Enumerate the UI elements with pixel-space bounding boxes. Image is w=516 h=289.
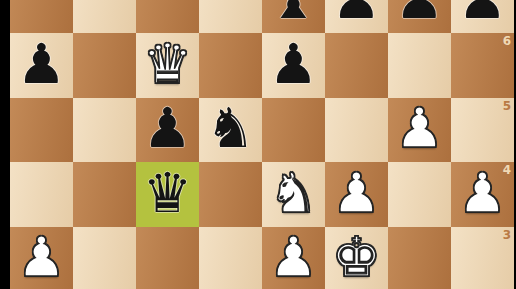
rank-label-5: 5 xyxy=(503,100,511,112)
square-g5[interactable]: ♟ xyxy=(388,98,451,163)
black-pawn[interactable]: ♟ xyxy=(395,0,444,27)
square-b4[interactable] xyxy=(73,162,136,227)
square-h6[interactable]: 6 xyxy=(451,33,514,98)
white-knight[interactable]: ♞ xyxy=(269,166,318,221)
square-c5[interactable]: ♟ xyxy=(136,98,199,163)
square-h5[interactable]: 5 xyxy=(451,98,514,163)
square-h4[interactable]: ♟4 xyxy=(451,162,514,227)
square-a3[interactable]: ♟ xyxy=(10,227,73,289)
rank-label-3: 3 xyxy=(503,229,511,241)
square-g7[interactable]: ♟ xyxy=(388,0,451,33)
square-c6[interactable]: ♛ xyxy=(136,33,199,98)
square-d7[interactable] xyxy=(199,0,262,33)
square-e5[interactable] xyxy=(262,98,325,163)
square-c4[interactable]: ♛ xyxy=(136,162,199,227)
square-d3[interactable] xyxy=(199,227,262,289)
rank-label-4: 4 xyxy=(503,164,511,176)
square-f4[interactable]: ♟ xyxy=(325,162,388,227)
square-f5[interactable] xyxy=(325,98,388,163)
square-b3[interactable] xyxy=(73,227,136,289)
black-pawn[interactable]: ♟ xyxy=(332,0,381,27)
rank-label-6: 6 xyxy=(503,35,511,47)
square-b5[interactable] xyxy=(73,98,136,163)
black-pawn[interactable]: ♟ xyxy=(17,37,66,92)
square-f7[interactable]: ♟ xyxy=(325,0,388,33)
letterbox-left xyxy=(0,0,10,289)
square-g6[interactable] xyxy=(388,33,451,98)
square-d6[interactable] xyxy=(199,33,262,98)
square-h7[interactable]: ♟ xyxy=(451,0,514,33)
black-bishop[interactable]: ♝ xyxy=(269,0,318,27)
white-queen[interactable]: ♛ xyxy=(143,37,192,92)
square-g3[interactable] xyxy=(388,227,451,289)
chess-board[interactable]: ♝♟♟♟♟♛♟6♟♞♟5♛♞♟♟4♟♟♚3 xyxy=(10,0,514,289)
white-pawn[interactable]: ♟ xyxy=(332,166,381,221)
square-e7[interactable]: ♝ xyxy=(262,0,325,33)
square-f6[interactable] xyxy=(325,33,388,98)
square-e3[interactable]: ♟ xyxy=(262,227,325,289)
black-pawn[interactable]: ♟ xyxy=(143,101,192,156)
square-e6[interactable]: ♟ xyxy=(262,33,325,98)
black-pawn[interactable]: ♟ xyxy=(458,0,507,27)
white-king[interactable]: ♚ xyxy=(332,230,381,285)
square-b7[interactable] xyxy=(73,0,136,33)
square-a4[interactable] xyxy=(10,162,73,227)
square-c7[interactable] xyxy=(136,0,199,33)
square-a5[interactable] xyxy=(10,98,73,163)
white-pawn[interactable]: ♟ xyxy=(395,101,444,156)
square-e4[interactable]: ♞ xyxy=(262,162,325,227)
white-pawn[interactable]: ♟ xyxy=(458,166,507,221)
black-knight[interactable]: ♞ xyxy=(206,101,255,156)
video-frame: ♝♟♟♟♟♛♟6♟♞♟5♛♞♟♟4♟♟♚3 xyxy=(0,0,516,289)
black-pawn[interactable]: ♟ xyxy=(269,37,318,92)
square-g4[interactable] xyxy=(388,162,451,227)
square-f3[interactable]: ♚ xyxy=(325,227,388,289)
square-c3[interactable] xyxy=(136,227,199,289)
black-queen[interactable]: ♛ xyxy=(143,166,192,221)
square-b6[interactable] xyxy=(73,33,136,98)
square-d4[interactable] xyxy=(199,162,262,227)
square-a7[interactable] xyxy=(10,0,73,33)
square-a6[interactable]: ♟ xyxy=(10,33,73,98)
square-h3[interactable]: 3 xyxy=(451,227,514,289)
white-pawn[interactable]: ♟ xyxy=(269,230,318,285)
white-pawn[interactable]: ♟ xyxy=(17,230,66,285)
square-d5[interactable]: ♞ xyxy=(199,98,262,163)
